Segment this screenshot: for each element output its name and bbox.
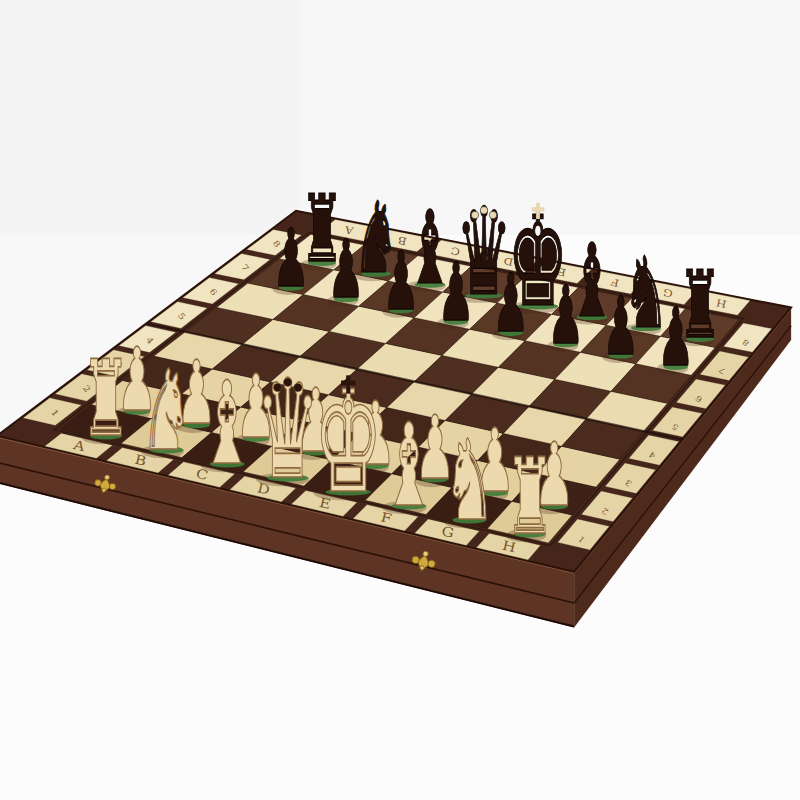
svg-text:♟: ♟ (657, 291, 694, 384)
svg-text:♟: ♟ (328, 223, 365, 316)
svg-text:♟: ♟ (492, 257, 529, 350)
piece-black-pawn-e7[interactable]: ♟ (492, 257, 529, 350)
svg-text:♜: ♜ (82, 337, 131, 460)
chess-board-photo: AABBCCDDEEFFGGHH1122334455667788♜♞♝♟♛♟♚♟… (0, 0, 800, 800)
piece-black-pawn-c7[interactable]: ♟ (382, 235, 419, 328)
piece-white-rook-h1[interactable]: ♜ (506, 435, 555, 558)
piece-white-knight-b1[interactable]: ♞ (141, 346, 193, 475)
svg-text:♟: ♟ (602, 280, 639, 373)
piece-white-knight-g1[interactable]: ♞ (444, 416, 496, 545)
piece-black-pawn-f7[interactable]: ♟ (547, 268, 584, 361)
svg-text:♞: ♞ (141, 346, 192, 475)
svg-text:♝: ♝ (382, 398, 435, 531)
svg-text:♞: ♞ (444, 416, 495, 545)
piece-black-pawn-d7[interactable]: ♟ (437, 246, 474, 339)
piece-black-pawn-g7[interactable]: ♟ (602, 280, 639, 373)
svg-text:♟: ♟ (437, 246, 474, 339)
piece-black-pawn-b7[interactable]: ♟ (327, 223, 364, 316)
piece-black-pawn-a7[interactable]: ♟ (272, 212, 309, 305)
piece-white-bishop-f1[interactable]: ♝ (382, 398, 435, 531)
svg-text:♟: ♟ (382, 235, 419, 328)
piece-white-rook-a1[interactable]: ♜ (82, 337, 131, 460)
svg-text:♜: ♜ (506, 435, 555, 558)
piece-white-king-e1[interactable]: ♚ (314, 352, 383, 525)
piece-white-queen-d1[interactable]: ♛ (256, 350, 319, 510)
svg-text:♟: ♟ (273, 212, 310, 305)
product-photo: AABBCCDDEEFFGGHH1122334455667788♜♞♝♟♛♟♚♟… (0, 0, 800, 800)
piece-white-bishop-c1[interactable]: ♝ (201, 356, 254, 489)
svg-text:♛: ♛ (256, 350, 319, 510)
svg-text:♟: ♟ (547, 268, 584, 361)
svg-text:♝: ♝ (201, 356, 254, 489)
piece-black-pawn-h7[interactable]: ♟ (657, 291, 694, 384)
